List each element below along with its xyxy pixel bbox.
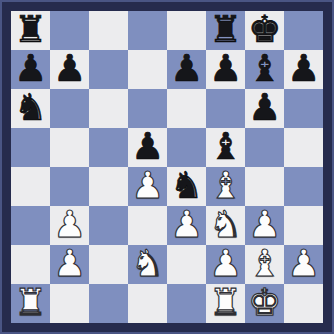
square-h8[interactable] bbox=[284, 11, 323, 50]
piece-black-pawn: ♟︎ bbox=[131, 127, 164, 166]
square-b7[interactable]: ♟︎ bbox=[50, 50, 89, 89]
square-e4[interactable]: ♞ bbox=[167, 167, 206, 206]
piece-black-bishop: ♝ bbox=[209, 127, 242, 166]
square-c5[interactable] bbox=[89, 128, 128, 167]
square-g2[interactable]: ♝ bbox=[245, 245, 284, 284]
square-b5[interactable] bbox=[50, 128, 89, 167]
piece-white-pawn: ♟︎ bbox=[170, 205, 203, 244]
square-f3[interactable]: ♞ bbox=[206, 206, 245, 245]
square-c3[interactable] bbox=[89, 206, 128, 245]
square-d4[interactable]: ♟︎ bbox=[128, 167, 167, 206]
square-h2[interactable]: ♟︎ bbox=[284, 245, 323, 284]
square-h4[interactable] bbox=[284, 167, 323, 206]
square-a8[interactable]: ♜ bbox=[11, 11, 50, 50]
square-a7[interactable]: ♟︎ bbox=[11, 50, 50, 89]
piece-white-pawn: ♟︎ bbox=[53, 205, 86, 244]
piece-black-knight: ♞ bbox=[170, 166, 203, 205]
piece-black-pawn: ♟︎ bbox=[248, 88, 281, 127]
square-c1[interactable] bbox=[89, 284, 128, 323]
square-b4[interactable] bbox=[50, 167, 89, 206]
square-a6[interactable]: ♞ bbox=[11, 89, 50, 128]
square-e1[interactable] bbox=[167, 284, 206, 323]
square-c2[interactable] bbox=[89, 245, 128, 284]
piece-white-pawn: ♟︎ bbox=[131, 166, 164, 205]
piece-white-rook: ♜ bbox=[14, 283, 47, 322]
square-d5[interactable]: ♟︎ bbox=[128, 128, 167, 167]
square-h7[interactable]: ♟︎ bbox=[284, 50, 323, 89]
piece-white-pawn: ♟︎ bbox=[248, 205, 281, 244]
square-g7[interactable]: ♝ bbox=[245, 50, 284, 89]
piece-white-king: ♚ bbox=[248, 283, 281, 322]
square-h1[interactable] bbox=[284, 284, 323, 323]
piece-black-pawn: ♟︎ bbox=[170, 49, 203, 88]
piece-black-rook: ♜ bbox=[14, 10, 47, 49]
square-f8[interactable]: ♜ bbox=[206, 11, 245, 50]
square-d8[interactable] bbox=[128, 11, 167, 50]
square-d7[interactable] bbox=[128, 50, 167, 89]
piece-white-pawn: ♟︎ bbox=[53, 244, 86, 283]
square-c4[interactable] bbox=[89, 167, 128, 206]
piece-black-pawn: ♟︎ bbox=[287, 49, 320, 88]
piece-white-knight: ♞ bbox=[131, 244, 164, 283]
square-a5[interactable] bbox=[11, 128, 50, 167]
piece-black-rook: ♜ bbox=[209, 10, 242, 49]
square-f7[interactable]: ♟︎ bbox=[206, 50, 245, 89]
square-f2[interactable]: ♟︎ bbox=[206, 245, 245, 284]
piece-white-pawn: ♟︎ bbox=[287, 244, 320, 283]
square-e3[interactable]: ♟︎ bbox=[167, 206, 206, 245]
piece-white-bishop: ♝ bbox=[248, 244, 281, 283]
piece-white-rook: ♜ bbox=[209, 283, 242, 322]
square-f6[interactable] bbox=[206, 89, 245, 128]
square-d3[interactable] bbox=[128, 206, 167, 245]
square-e7[interactable]: ♟︎ bbox=[167, 50, 206, 89]
piece-white-pawn: ♟︎ bbox=[209, 244, 242, 283]
piece-black-pawn: ♟︎ bbox=[14, 49, 47, 88]
square-g3[interactable]: ♟︎ bbox=[245, 206, 284, 245]
piece-black-pawn: ♟︎ bbox=[53, 49, 86, 88]
square-d6[interactable] bbox=[128, 89, 167, 128]
piece-black-king: ♚ bbox=[248, 10, 281, 49]
square-h5[interactable] bbox=[284, 128, 323, 167]
square-b3[interactable]: ♟︎ bbox=[50, 206, 89, 245]
square-g5[interactable] bbox=[245, 128, 284, 167]
square-b1[interactable] bbox=[50, 284, 89, 323]
square-g1[interactable]: ♚ bbox=[245, 284, 284, 323]
chess-board-frame: ♜♜♚♟︎♟︎♟︎♟︎♝♟︎♞♟︎♟︎♝♟︎♞♝♟︎♟︎♞♟︎♟︎♞♟︎♝♟︎♜… bbox=[0, 0, 334, 334]
square-h3[interactable] bbox=[284, 206, 323, 245]
square-c6[interactable] bbox=[89, 89, 128, 128]
square-e8[interactable] bbox=[167, 11, 206, 50]
square-a3[interactable] bbox=[11, 206, 50, 245]
chess-board: ♜♜♚♟︎♟︎♟︎♟︎♝♟︎♞♟︎♟︎♝♟︎♞♝♟︎♟︎♞♟︎♟︎♞♟︎♝♟︎♜… bbox=[11, 11, 323, 323]
piece-black-bishop: ♝ bbox=[248, 49, 281, 88]
square-c8[interactable] bbox=[89, 11, 128, 50]
piece-white-bishop: ♝ bbox=[209, 166, 242, 205]
square-c7[interactable] bbox=[89, 50, 128, 89]
square-f4[interactable]: ♝ bbox=[206, 167, 245, 206]
piece-black-pawn: ♟︎ bbox=[209, 49, 242, 88]
square-a2[interactable] bbox=[11, 245, 50, 284]
square-e6[interactable] bbox=[167, 89, 206, 128]
square-a1[interactable]: ♜ bbox=[11, 284, 50, 323]
piece-white-knight: ♞ bbox=[209, 205, 242, 244]
square-d2[interactable]: ♞ bbox=[128, 245, 167, 284]
square-e5[interactable] bbox=[167, 128, 206, 167]
square-b8[interactable] bbox=[50, 11, 89, 50]
square-d1[interactable] bbox=[128, 284, 167, 323]
square-g8[interactable]: ♚ bbox=[245, 11, 284, 50]
square-b6[interactable] bbox=[50, 89, 89, 128]
square-e2[interactable] bbox=[167, 245, 206, 284]
square-f1[interactable]: ♜ bbox=[206, 284, 245, 323]
square-g6[interactable]: ♟︎ bbox=[245, 89, 284, 128]
square-b2[interactable]: ♟︎ bbox=[50, 245, 89, 284]
square-h6[interactable] bbox=[284, 89, 323, 128]
piece-black-knight: ♞ bbox=[14, 88, 47, 127]
square-a4[interactable] bbox=[11, 167, 50, 206]
square-g4[interactable] bbox=[245, 167, 284, 206]
square-f5[interactable]: ♝ bbox=[206, 128, 245, 167]
